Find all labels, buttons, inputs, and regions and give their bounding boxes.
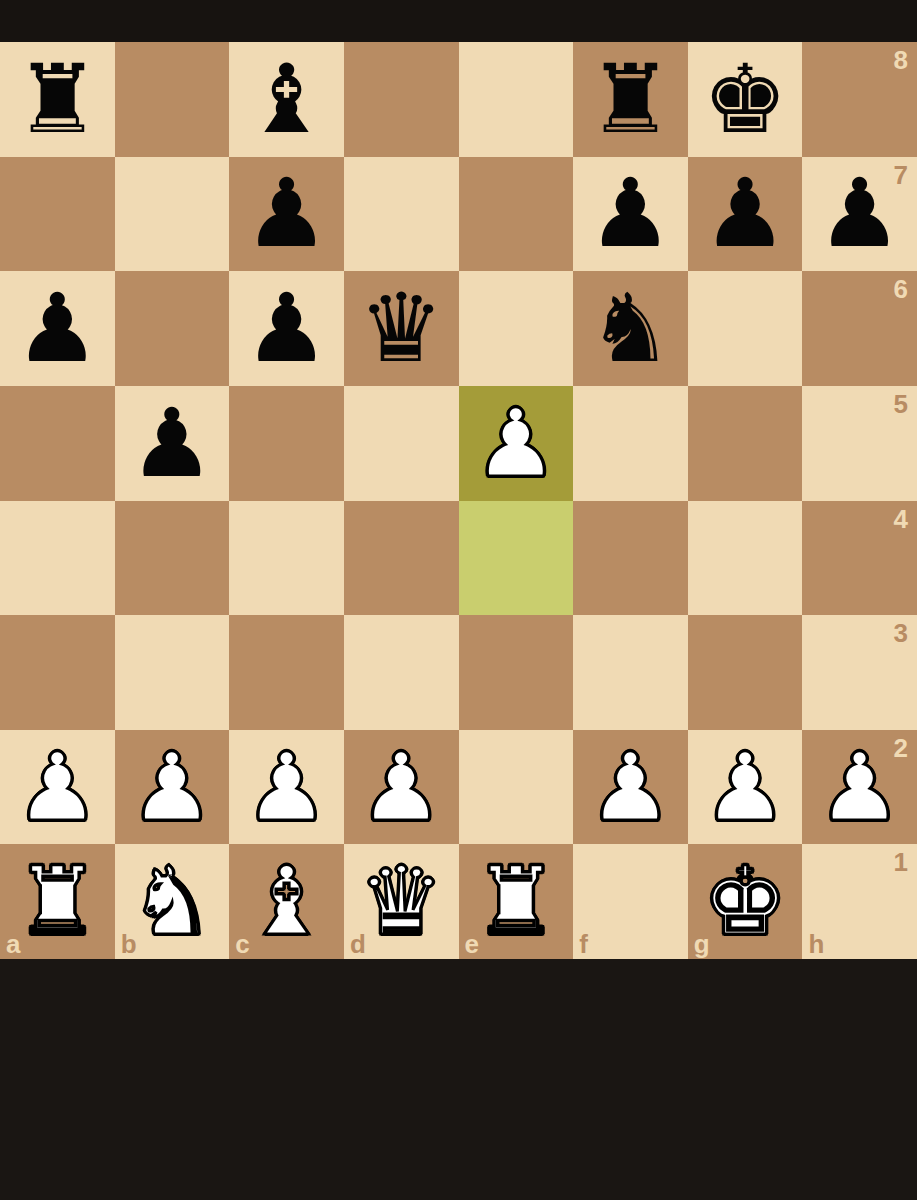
piece-white-pawn[interactable]: ♟ <box>129 740 214 835</box>
rank-label-1: 1 <box>894 849 908 875</box>
square-g8[interactable]: ♚ <box>688 42 803 157</box>
square-g3[interactable] <box>688 615 803 730</box>
square-h1[interactable]: 1h <box>802 844 917 959</box>
file-label-a: a <box>6 931 20 957</box>
file-label-b: b <box>121 931 137 957</box>
piece-white-pawn[interactable]: ♟ <box>588 740 673 835</box>
piece-white-pawn[interactable]: ♟ <box>817 740 902 835</box>
square-f1[interactable]: f <box>573 844 688 959</box>
square-f6[interactable]: ♞ <box>573 271 688 386</box>
rank-label-4: 4 <box>894 506 908 532</box>
square-f2[interactable]: ♟ <box>573 730 688 845</box>
square-b8[interactable] <box>115 42 230 157</box>
square-e3[interactable] <box>459 615 574 730</box>
piece-white-rook[interactable]: ♜ <box>473 854 558 949</box>
square-b5[interactable]: ♟ <box>115 386 230 501</box>
square-h4[interactable]: 4 <box>802 501 917 616</box>
rank-label-7: 7 <box>894 162 908 188</box>
piece-white-king[interactable]: ♚ <box>702 854 787 949</box>
square-e1[interactable]: ♜e <box>459 844 574 959</box>
square-d7[interactable] <box>344 157 459 272</box>
square-a3[interactable] <box>0 615 115 730</box>
app-screen: ♜♝♜♚8♟♟♟♟7♟♟♛♞6♟♟543♟♟♟♟♟♟♟2♜a♞b♝c♛d♜ef♚… <box>0 0 917 1200</box>
square-d5[interactable] <box>344 386 459 501</box>
square-d1[interactable]: ♛d <box>344 844 459 959</box>
rank-label-8: 8 <box>894 47 908 73</box>
square-f5[interactable] <box>573 386 688 501</box>
square-c2[interactable]: ♟ <box>229 730 344 845</box>
square-h6[interactable]: 6 <box>802 271 917 386</box>
square-g7[interactable]: ♟ <box>688 157 803 272</box>
bottom-panel: lysycia 1339 ♟ +1 09:38 <box>0 959 917 1200</box>
square-h7[interactable]: ♟7 <box>802 157 917 272</box>
rank-label-5: 5 <box>894 391 908 417</box>
piece-black-pawn[interactable]: ♟ <box>588 166 673 261</box>
square-d8[interactable] <box>344 42 459 157</box>
square-b1[interactable]: ♞b <box>115 844 230 959</box>
square-f8[interactable]: ♜ <box>573 42 688 157</box>
file-label-e: e <box>465 931 479 957</box>
square-e8[interactable] <box>459 42 574 157</box>
square-c8[interactable]: ♝ <box>229 42 344 157</box>
piece-black-queen[interactable]: ♛ <box>359 281 444 376</box>
square-f4[interactable] <box>573 501 688 616</box>
piece-white-pawn[interactable]: ♟ <box>15 740 100 835</box>
square-c1[interactable]: ♝c <box>229 844 344 959</box>
piece-white-rook[interactable]: ♜ <box>15 854 100 949</box>
square-a8[interactable]: ♜ <box>0 42 115 157</box>
piece-white-pawn[interactable]: ♟ <box>244 740 329 835</box>
square-g1[interactable]: ♚g <box>688 844 803 959</box>
chess-board[interactable]: ♜♝♜♚8♟♟♟♟7♟♟♛♞6♟♟543♟♟♟♟♟♟♟2♜a♞b♝c♛d♜ef♚… <box>0 42 917 959</box>
piece-black-rook[interactable]: ♜ <box>588 52 673 147</box>
piece-black-king[interactable]: ♚ <box>702 52 787 147</box>
square-g6[interactable] <box>688 271 803 386</box>
piece-black-bishop[interactable]: ♝ <box>244 52 329 147</box>
square-a7[interactable] <box>0 157 115 272</box>
square-e7[interactable] <box>459 157 574 272</box>
square-g5[interactable] <box>688 386 803 501</box>
piece-black-pawn[interactable]: ♟ <box>129 396 214 491</box>
square-f7[interactable]: ♟ <box>573 157 688 272</box>
square-a1[interactable]: ♜a <box>0 844 115 959</box>
rank-label-2: 2 <box>894 735 908 761</box>
square-c3[interactable] <box>229 615 344 730</box>
square-h2[interactable]: ♟2 <box>802 730 917 845</box>
square-b2[interactable]: ♟ <box>115 730 230 845</box>
file-label-f: f <box>579 931 588 957</box>
piece-black-knight[interactable]: ♞ <box>588 281 673 376</box>
piece-white-pawn[interactable]: ♟ <box>702 740 787 835</box>
piece-white-queen[interactable]: ♛ <box>359 854 444 949</box>
piece-black-pawn[interactable]: ♟ <box>244 166 329 261</box>
square-d6[interactable]: ♛ <box>344 271 459 386</box>
piece-black-pawn[interactable]: ♟ <box>15 281 100 376</box>
file-label-h: h <box>808 931 824 957</box>
rank-label-3: 3 <box>894 620 908 646</box>
square-h5[interactable]: 5 <box>802 386 917 501</box>
square-g4[interactable] <box>688 501 803 616</box>
square-e5[interactable]: ♟ <box>459 386 574 501</box>
file-label-c: c <box>235 931 249 957</box>
file-label-g: g <box>694 931 710 957</box>
piece-black-pawn[interactable]: ♟ <box>817 166 902 261</box>
square-a4[interactable] <box>0 501 115 616</box>
square-b6[interactable] <box>115 271 230 386</box>
piece-white-pawn[interactable]: ♟ <box>359 740 444 835</box>
square-b4[interactable] <box>115 501 230 616</box>
square-h3[interactable]: 3 <box>802 615 917 730</box>
square-g2[interactable]: ♟ <box>688 730 803 845</box>
piece-white-pawn[interactable]: ♟ <box>473 396 558 491</box>
square-c7[interactable]: ♟ <box>229 157 344 272</box>
square-c5[interactable] <box>229 386 344 501</box>
square-b3[interactable] <box>115 615 230 730</box>
piece-black-pawn[interactable]: ♟ <box>244 281 329 376</box>
square-d4[interactable] <box>344 501 459 616</box>
square-a6[interactable]: ♟ <box>0 271 115 386</box>
square-e2[interactable] <box>459 730 574 845</box>
square-a2[interactable]: ♟ <box>0 730 115 845</box>
square-c4[interactable] <box>229 501 344 616</box>
piece-black-pawn[interactable]: ♟ <box>702 166 787 261</box>
top-bar <box>0 0 917 42</box>
square-c6[interactable]: ♟ <box>229 271 344 386</box>
piece-white-bishop[interactable]: ♝ <box>244 854 329 949</box>
file-label-d: d <box>350 931 366 957</box>
square-a5[interactable] <box>0 386 115 501</box>
rank-label-6: 6 <box>894 276 908 302</box>
piece-white-knight[interactable]: ♞ <box>129 854 214 949</box>
square-d2[interactable]: ♟ <box>344 730 459 845</box>
square-e6[interactable] <box>459 271 574 386</box>
square-b7[interactable] <box>115 157 230 272</box>
square-h8[interactable]: 8 <box>802 42 917 157</box>
piece-black-rook[interactable]: ♜ <box>15 52 100 147</box>
square-f3[interactable] <box>573 615 688 730</box>
square-e4[interactable] <box>459 501 574 616</box>
square-d3[interactable] <box>344 615 459 730</box>
